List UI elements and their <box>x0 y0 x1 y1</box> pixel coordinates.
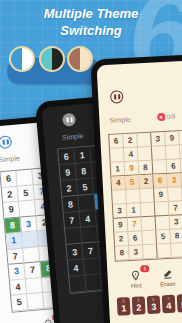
sudoku-cell[interactable]: 2 <box>61 180 78 197</box>
sudoku-cell[interactable]: 9 <box>125 161 140 176</box>
difficulty-label: Simple <box>109 115 131 123</box>
theme-swatch-brown-cream[interactable] <box>67 46 93 72</box>
pause-button[interactable] <box>110 90 124 104</box>
phone-cream-theme: Simple ✕ 0/3 623941986452639317973265883… <box>90 49 182 323</box>
sudoku-cell[interactable]: 7 <box>7 248 24 265</box>
sudoku-cell[interactable] <box>171 243 182 258</box>
sudoku-cell[interactable] <box>22 231 39 248</box>
sudoku-cell[interactable]: 2 <box>123 133 138 148</box>
sudoku-cell[interactable] <box>153 160 168 175</box>
numpad-button-1[interactable]: 31 <box>117 297 131 316</box>
sudoku-cell[interactable]: 2 <box>114 232 129 247</box>
sudoku-cell[interactable]: 5 <box>18 185 35 202</box>
sudoku-cell[interactable]: 1 <box>127 203 142 218</box>
sudoku-cell[interactable] <box>27 293 44 310</box>
sudoku-cell[interactable]: 7 <box>64 212 81 229</box>
sudoku-cell[interactable]: 3 <box>170 215 182 230</box>
sudoku-cell[interactable] <box>152 146 167 161</box>
sudoku-cell[interactable] <box>84 258 101 275</box>
sudoku-cell[interactable] <box>126 189 141 204</box>
sudoku-cell[interactable]: 4 <box>80 210 97 227</box>
mistakes-value: 0/3 <box>167 113 176 119</box>
sudoku-cell[interactable] <box>65 228 82 245</box>
sudoku-cell[interactable]: 9 <box>154 188 169 203</box>
sudoku-cell[interactable]: 4 <box>68 260 85 277</box>
sudoku-cell[interactable]: 5 <box>125 175 140 190</box>
digit-label: 1 <box>121 303 127 313</box>
sudoku-cell[interactable]: 2 <box>2 186 19 203</box>
numpad-button-4[interactable]: 74 <box>162 295 176 314</box>
sudoku-cell[interactable]: 5 <box>156 230 171 245</box>
sudoku-cell[interactable] <box>142 231 157 246</box>
sudoku-cell[interactable] <box>81 226 98 243</box>
sudoku-cell[interactable]: 9 <box>60 164 77 181</box>
sudoku-cell[interactable] <box>168 187 182 202</box>
sudoku-cell[interactable] <box>19 200 36 217</box>
sudoku-cell[interactable] <box>138 147 153 162</box>
promo-screenshot: 6 Multiple Theme Switching Simple 632579… <box>0 0 182 323</box>
digit-label: 5 <box>181 300 182 310</box>
sudoku-cell[interactable]: 1 <box>74 147 91 164</box>
numpad-button-5[interactable]: 55 <box>177 294 182 313</box>
sudoku-cell[interactable]: 3 <box>151 132 166 147</box>
sudoku-cell[interactable] <box>78 194 95 211</box>
sudoku-cell[interactable]: 3 <box>20 216 37 233</box>
digit-label: 3 <box>151 302 157 312</box>
sudoku-cell[interactable]: 8 <box>62 196 79 213</box>
sudoku-cell[interactable]: 3 <box>167 173 182 188</box>
sudoku-cell[interactable] <box>166 145 181 160</box>
sudoku-cell[interactable]: 6 <box>128 231 143 246</box>
sudoku-cell[interactable]: 1 <box>6 233 23 250</box>
hint-icon <box>129 269 142 282</box>
mistakes-x-icon: ✕ <box>157 113 165 121</box>
sudoku-cell[interactable]: 4 <box>111 176 126 191</box>
sudoku-board-cream: 623941986452639317973265883 <box>108 124 182 262</box>
sudoku-cell[interactable] <box>140 189 155 204</box>
pause-button[interactable] <box>0 135 12 149</box>
mistakes-counter: ✕ 0/3 <box>157 112 176 121</box>
sudoku-cell[interactable] <box>157 244 172 259</box>
sudoku-cell[interactable]: 6 <box>167 159 182 174</box>
sudoku-cell[interactable]: 6 <box>58 148 75 165</box>
sudoku-cell[interactable]: 4 <box>10 279 27 296</box>
cream-theme-screen: Simple ✕ 0/3 623941986452639317973265883… <box>97 55 182 323</box>
numpad-button-3[interactable]: 53 <box>147 295 161 314</box>
theme-swatch-teal-black[interactable] <box>39 46 65 72</box>
sudoku-cell[interactable]: 3 <box>8 263 25 280</box>
sudoku-cell[interactable]: 6 <box>109 134 124 149</box>
sudoku-cell[interactable]: 8 <box>4 217 21 234</box>
digit-label: 2 <box>136 302 142 312</box>
sudoku-cell[interactable]: 2 <box>139 175 154 190</box>
sudoku-cell[interactable]: 3 <box>129 245 144 260</box>
sudoku-cell[interactable] <box>26 277 43 294</box>
sudoku-cell[interactable]: 3 <box>66 244 83 261</box>
sudoku-cell[interactable] <box>155 202 170 217</box>
sudoku-cell[interactable] <box>137 133 152 148</box>
sudoku-cell[interactable]: 8 <box>75 163 92 180</box>
sudoku-cell[interactable]: 1 <box>111 162 126 177</box>
hint-button[interactable]: 1 <box>42 318 54 323</box>
sudoku-cell[interactable] <box>16 169 33 186</box>
sudoku-cell[interactable] <box>69 275 86 292</box>
sudoku-cell[interactable]: 5 <box>77 178 94 195</box>
sudoku-cell[interactable]: 4 <box>124 147 139 162</box>
sudoku-cell[interactable] <box>142 217 157 232</box>
hint-badge: 1 <box>140 265 149 272</box>
sudoku-cell[interactable] <box>179 130 182 145</box>
sudoku-cell[interactable]: 8 <box>170 229 182 244</box>
sudoku-cell[interactable] <box>112 190 127 205</box>
sudoku-cell[interactable]: 8 <box>139 161 154 176</box>
digit-label: 4 <box>166 301 172 311</box>
sudoku-cell[interactable]: 7 <box>82 242 99 259</box>
sudoku-cell[interactable]: 9 <box>165 131 180 146</box>
sudoku-cell[interactable] <box>181 172 182 187</box>
page-title: Multiple Theme Switching <box>0 6 182 40</box>
sudoku-cell[interactable]: 5 <box>11 294 28 311</box>
hint-label: Hint <box>131 282 142 289</box>
hint-button[interactable]: 1 Hint <box>129 269 142 289</box>
erase-button[interactable]: Erase <box>159 268 176 288</box>
sudoku-cell[interactable]: 7 <box>169 201 182 216</box>
sudoku-cell[interactable] <box>143 245 158 260</box>
sudoku-cell[interactable]: 7 <box>24 262 41 279</box>
sudoku-cell[interactable] <box>181 158 182 173</box>
sudoku-cell[interactable]: 9 <box>3 202 20 219</box>
sudoku-cell[interactable] <box>141 203 156 218</box>
sudoku-cell[interactable] <box>110 148 125 163</box>
numpad-button-2[interactable]: 32 <box>132 296 146 315</box>
game-header: Simple ✕ 0/3 <box>109 112 175 123</box>
sudoku-cell[interactable]: 9 <box>114 218 129 233</box>
theme-swatch-blue-white[interactable] <box>9 46 35 72</box>
erase-icon <box>161 268 174 281</box>
sudoku-cell[interactable]: 3 <box>113 204 128 219</box>
sudoku-cell[interactable] <box>85 274 102 291</box>
pause-button[interactable] <box>62 113 76 127</box>
sudoku-cell[interactable]: 7 <box>128 217 143 232</box>
sudoku-cell[interactable] <box>180 144 182 159</box>
title-line-1: Multiple Theme <box>0 6 182 23</box>
sudoku-cell[interactable] <box>23 247 40 264</box>
erase-label: Erase <box>160 281 176 288</box>
sudoku-cell[interactable]: 8 <box>115 246 130 261</box>
sudoku-cell[interactable] <box>156 216 171 231</box>
sudoku-cell[interactable]: 6 <box>0 171 17 188</box>
number-pad: 3132537455 <box>117 288 182 316</box>
title-line-2: Switching <box>0 23 182 40</box>
sudoku-cell[interactable]: 6 <box>153 174 168 189</box>
